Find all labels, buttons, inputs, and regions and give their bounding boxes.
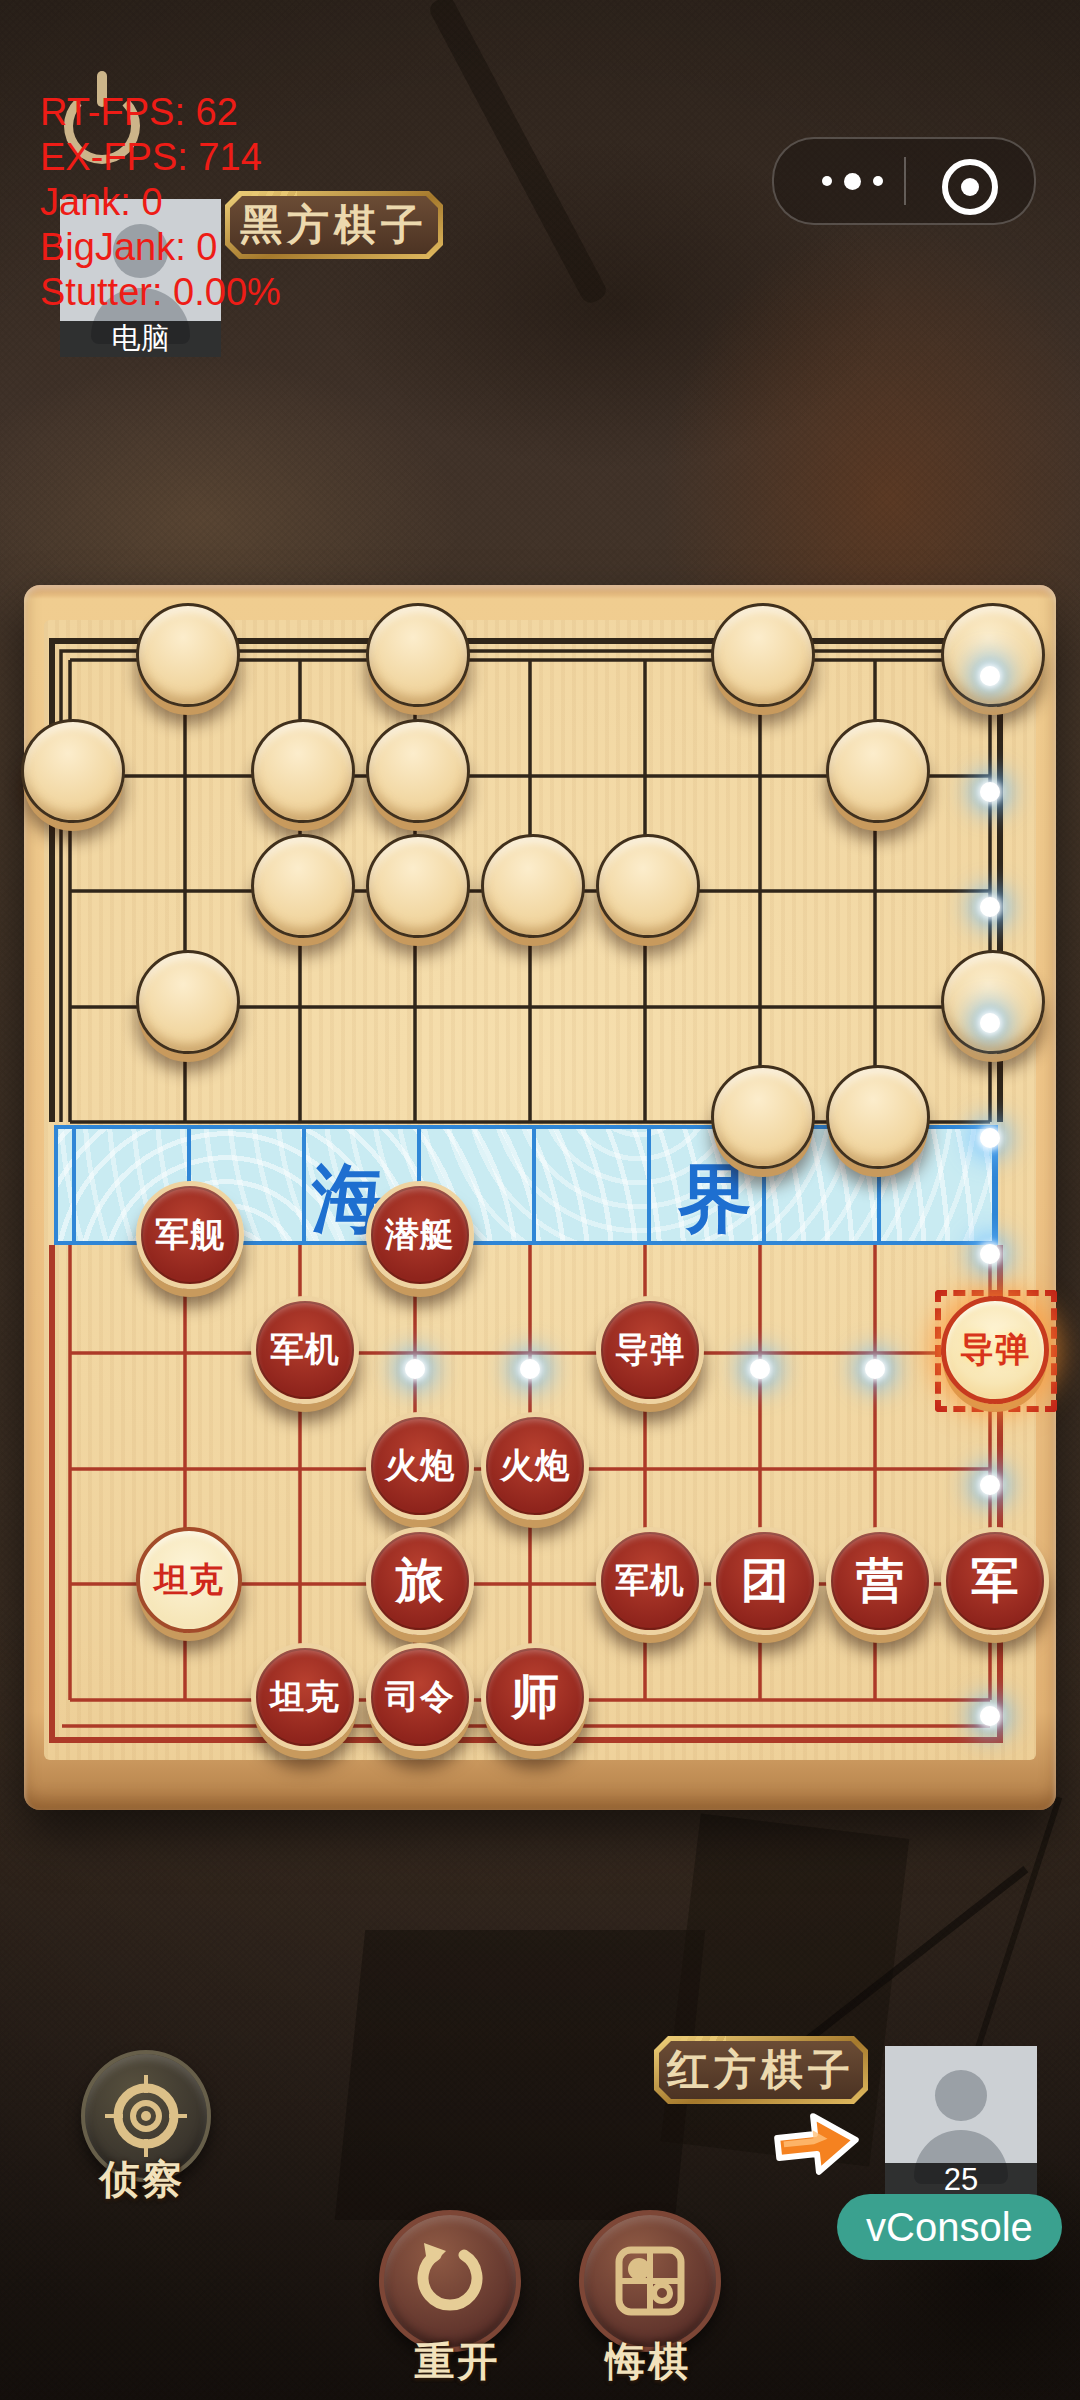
piece-label: 军机 xyxy=(615,1558,685,1604)
move-hint-dot-r3c8[interactable] xyxy=(980,1013,1000,1033)
piece-label: 营 xyxy=(856,1549,904,1613)
undo-board-icon xyxy=(611,2242,689,2320)
piece-red-导弹-r6c5[interactable]: 导弹 xyxy=(596,1296,704,1404)
piece-hidden-black-r1c3[interactable] xyxy=(366,719,470,823)
flag-pole-silhouette xyxy=(964,1796,1062,2083)
piece-label: 潜艇 xyxy=(385,1212,455,1258)
piece-red-潜艇-r5c3[interactable]: 潜艇 xyxy=(366,1181,474,1289)
piece-red-团-r8c6[interactable]: 团 xyxy=(711,1527,819,1635)
piece-hidden-black-r1c2[interactable] xyxy=(251,719,355,823)
piece-red-营-r8c7[interactable]: 营 xyxy=(826,1527,934,1635)
piece-hidden-black-r2c2[interactable] xyxy=(251,834,355,938)
piece-red-火炮-r7c3[interactable]: 火炮 xyxy=(366,1412,474,1520)
person-icon xyxy=(935,2070,987,2121)
piece-red-导弹-r6c8[interactable]: 导弹 xyxy=(941,1296,1049,1404)
move-hint-dot-r4c8[interactable] xyxy=(980,1128,1000,1148)
piece-hidden-black-r1c7[interactable] xyxy=(826,719,930,823)
piece-label: 军 xyxy=(971,1549,1019,1613)
move-hint-dot-r7c8[interactable] xyxy=(980,1475,1000,1495)
move-hint-dot-r9c8[interactable] xyxy=(980,1706,1000,1726)
piece-hidden-black-r2c5[interactable] xyxy=(596,834,700,938)
piece-hidden-black-r3c8[interactable] xyxy=(941,950,1045,1054)
more-options-icon[interactable] xyxy=(822,139,883,223)
river-grid-line xyxy=(647,1129,651,1241)
jank-text: Jank: 0 xyxy=(40,180,281,225)
move-hint-dot-r6c6[interactable] xyxy=(750,1359,770,1379)
vconsole-label: vConsole xyxy=(866,2205,1033,2250)
piece-red-旅-r8c3[interactable]: 旅 xyxy=(366,1527,474,1635)
piece-hidden-black-r0c6[interactable] xyxy=(711,603,815,707)
piece-label: 旅 xyxy=(396,1549,444,1613)
piece-label: 导弹 xyxy=(960,1327,1030,1373)
scout-button-label: 侦察 xyxy=(60,2152,225,2207)
vconsole-button[interactable]: vConsole xyxy=(837,2194,1062,2260)
move-hint-dot-r0c8[interactable] xyxy=(980,666,1000,686)
piece-red-军机-r8c5[interactable]: 军机 xyxy=(596,1527,704,1635)
miniprogram-capsule xyxy=(772,137,1036,225)
stutter-text: Stutter: 0.00% xyxy=(40,270,281,315)
restart-button[interactable] xyxy=(379,2210,521,2352)
piece-hidden-black-r2c4[interactable] xyxy=(481,834,585,938)
piece-label: 坦克 xyxy=(270,1674,340,1720)
piece-label: 导弹 xyxy=(615,1327,685,1373)
piece-label: 军舰 xyxy=(155,1212,225,1258)
piece-hidden-black-r2c3[interactable] xyxy=(366,834,470,938)
river-grid-line xyxy=(302,1129,306,1241)
close-minimize-icon[interactable] xyxy=(942,159,998,215)
player-avatar[interactable]: 25 xyxy=(885,2046,1037,2196)
piece-red-火炮-r7c4[interactable]: 火炮 xyxy=(481,1412,589,1520)
player-avatar-badge: 25 xyxy=(885,2163,1037,2196)
undo-button-label: 悔棋 xyxy=(566,2334,731,2389)
piece-red-军机-r6c2[interactable]: 军机 xyxy=(251,1296,359,1404)
piece-red-坦克-r8c1[interactable]: 坦克 xyxy=(136,1527,242,1633)
river-grid-line xyxy=(532,1129,536,1241)
crosshair-target-icon xyxy=(103,2073,189,2159)
red-side-banner-text: 红方棋子 xyxy=(667,2042,855,2098)
rt-fps-text: RT-FPS: 62 xyxy=(40,90,281,135)
bigjank-text: BigJank: 0 xyxy=(40,225,281,270)
ruin-silhouette xyxy=(335,1930,705,2220)
turn-arrow-icon xyxy=(770,2104,862,2184)
piece-label: 坦克 xyxy=(154,1557,224,1603)
piece-red-坦克-r9c2[interactable]: 坦克 xyxy=(251,1643,359,1751)
river-char-boundary: 界 xyxy=(678,1150,752,1250)
piece-red-司令-r9c3[interactable]: 司令 xyxy=(366,1643,474,1751)
move-hint-dot-r6c7[interactable] xyxy=(865,1359,885,1379)
piece-red-师-r9c4[interactable]: 师 xyxy=(481,1643,589,1751)
game-screen: RT-FPS: 62 EX-FPS: 714 Jank: 0 BigJank: … xyxy=(0,0,1080,2400)
red-side-banner: 红方棋子 xyxy=(654,2036,868,2104)
piece-label: 司令 xyxy=(385,1674,455,1720)
performance-overlay: RT-FPS: 62 EX-FPS: 714 Jank: 0 BigJank: … xyxy=(40,90,281,315)
piece-label: 火炮 xyxy=(385,1443,455,1489)
computer-avatar-label: 电脑 xyxy=(60,321,221,357)
piece-hidden-black-r0c8[interactable] xyxy=(941,603,1045,707)
river-grid-line xyxy=(72,1129,76,1241)
piece-label: 火炮 xyxy=(500,1443,570,1489)
piece-label: 团 xyxy=(741,1549,789,1613)
move-hint-dot-r1c8[interactable] xyxy=(980,782,1000,802)
restart-button-label: 重开 xyxy=(375,2334,540,2389)
move-hint-dot-r6c3[interactable] xyxy=(405,1359,425,1379)
move-hint-dot-r2c8[interactable] xyxy=(980,897,1000,917)
piece-hidden-black-r0c1[interactable] xyxy=(136,603,240,707)
piece-hidden-black-r0c3[interactable] xyxy=(366,603,470,707)
piece-red-军舰-r5c1[interactable]: 军舰 xyxy=(136,1181,244,1289)
undo-button[interactable] xyxy=(579,2210,721,2352)
restart-icon xyxy=(410,2241,490,2321)
piece-red-军-r8c8[interactable]: 军 xyxy=(941,1527,1049,1635)
piece-label: 军机 xyxy=(270,1327,340,1373)
move-hint-dot-r6c4[interactable] xyxy=(520,1359,540,1379)
ex-fps-text: EX-FPS: 714 xyxy=(40,135,281,180)
piece-hidden-black-r3c1[interactable] xyxy=(136,950,240,1054)
piece-hidden-black-r1c0[interactable] xyxy=(21,719,125,823)
piece-hidden-black-r4c6[interactable] xyxy=(711,1065,815,1169)
move-hint-dot-r5c8[interactable] xyxy=(980,1244,1000,1264)
piece-label: 师 xyxy=(511,1665,559,1729)
capsule-divider xyxy=(904,157,906,205)
piece-hidden-black-r4c7[interactable] xyxy=(826,1065,930,1169)
